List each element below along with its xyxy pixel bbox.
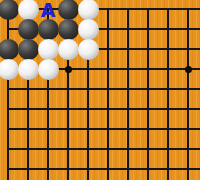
- black-stone: [18, 39, 39, 60]
- black-stone: [58, 0, 79, 20]
- grid-hline: [7, 108, 200, 110]
- grid-hline: [7, 148, 200, 150]
- black-stone: [38, 19, 59, 40]
- white-stone: [38, 39, 59, 60]
- white-stone: [78, 39, 99, 60]
- white-stone: [58, 39, 79, 60]
- point-label-A[interactable]: A: [38, 1, 58, 17]
- grid-hline: [7, 128, 200, 130]
- grid-vline: [147, 8, 149, 180]
- white-stone: [38, 59, 59, 80]
- hoshi-star-point: [185, 66, 192, 73]
- white-stone: [0, 59, 19, 80]
- black-stone: [0, 39, 19, 60]
- white-stone: [78, 19, 99, 40]
- white-stone: [18, 59, 39, 80]
- hoshi-star-point: [65, 66, 72, 73]
- go-board[interactable]: A: [0, 0, 200, 180]
- black-stone: [18, 19, 39, 40]
- white-stone: [78, 0, 99, 20]
- grid-vline: [167, 8, 169, 180]
- grid-vline: [7, 8, 9, 180]
- white-stone: [18, 0, 39, 20]
- grid-vline: [187, 8, 189, 180]
- grid-vline: [107, 8, 109, 180]
- black-stone: [0, 0, 19, 20]
- grid-hline: [7, 168, 200, 170]
- go-board-screenshot: A: [0, 0, 200, 180]
- grid-vline: [127, 8, 129, 180]
- grid-hline: [7, 88, 200, 90]
- black-stone: [58, 19, 79, 40]
